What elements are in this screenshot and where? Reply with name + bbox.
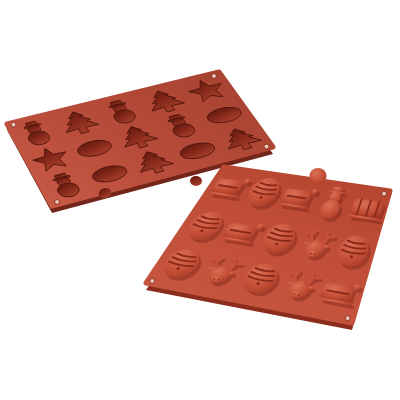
silicone-molds-illustration (0, 0, 400, 400)
mold-back-side-up-hanging-hole (382, 191, 387, 196)
mold-cavity-side-up-hanging-hole (264, 144, 269, 149)
mold-cavity-side-up-hanging-hole (55, 200, 60, 205)
mold-cavity-side-up-hanging-hole (212, 74, 217, 79)
mold-back-side-up-hanging-hole (150, 279, 155, 284)
mold-back-side-up-hanging-hole (345, 316, 350, 321)
product-photo (0, 0, 400, 400)
relief-back-bump (310, 168, 327, 184)
cavity-back-bump (190, 176, 202, 186)
mold-cavity-side-up-hanging-hole (11, 122, 16, 127)
